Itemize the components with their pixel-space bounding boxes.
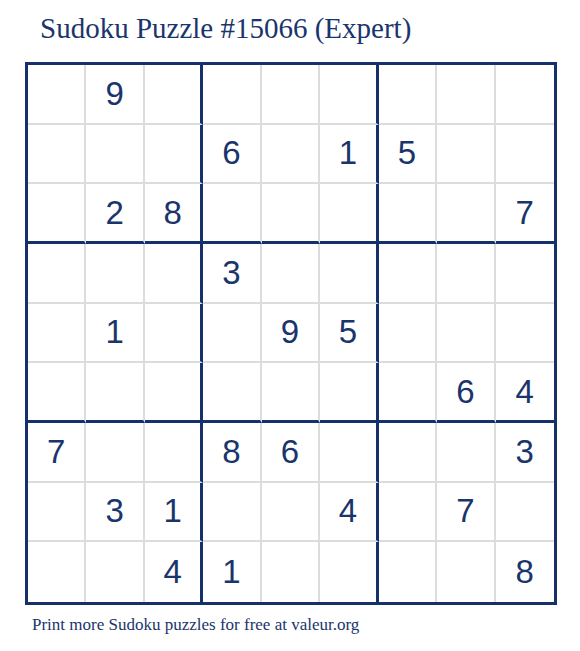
cell-r5c2[interactable]: 1 [86,304,144,364]
cell-r4c4[interactable]: 3 [203,244,261,304]
cell-r3c8[interactable] [437,184,495,244]
cell-r4c1[interactable] [28,244,86,304]
cell-r1c8[interactable] [437,65,495,125]
cell-r9c4[interactable]: 1 [203,542,261,602]
sudoku-grid: 961528731956478633147418 [25,62,557,605]
cell-r2c3[interactable] [145,125,203,185]
cell-r9c5[interactable] [262,542,320,602]
cell-r6c2[interactable] [86,363,144,423]
cell-r2c1[interactable] [28,125,86,185]
cell-r8c5[interactable] [262,483,320,543]
cell-r6c3[interactable] [145,363,203,423]
cell-r4c7[interactable] [379,244,437,304]
cell-r9c3[interactable]: 4 [145,542,203,602]
cell-r9c7[interactable] [379,542,437,602]
cell-r4c6[interactable] [320,244,378,304]
footer-text: Print more Sudoku puzzles for free at va… [32,615,359,635]
cell-r9c8[interactable] [437,542,495,602]
cell-r2c5[interactable] [262,125,320,185]
cell-r3c2[interactable]: 2 [86,184,144,244]
cell-r5c8[interactable] [437,304,495,364]
cell-r9c1[interactable] [28,542,86,602]
cell-r7c4[interactable]: 8 [203,423,261,483]
cell-r8c1[interactable] [28,483,86,543]
cell-r6c9[interactable]: 4 [496,363,554,423]
cell-r7c9[interactable]: 3 [496,423,554,483]
cell-r7c1[interactable]: 7 [28,423,86,483]
cell-r1c9[interactable] [496,65,554,125]
cell-r9c9[interactable]: 8 [496,542,554,602]
cell-r1c1[interactable] [28,65,86,125]
cell-r1c2[interactable]: 9 [86,65,144,125]
cell-r3c9[interactable]: 7 [496,184,554,244]
cell-r6c1[interactable] [28,363,86,423]
cell-r6c8[interactable]: 6 [437,363,495,423]
cell-r7c2[interactable] [86,423,144,483]
cell-r2c9[interactable] [496,125,554,185]
cell-r5c9[interactable] [496,304,554,364]
cell-r6c4[interactable] [203,363,261,423]
cell-r7c7[interactable] [379,423,437,483]
cell-r6c6[interactable] [320,363,378,423]
cell-r4c9[interactable] [496,244,554,304]
cell-r6c5[interactable] [262,363,320,423]
cell-r8c4[interactable] [203,483,261,543]
cell-r8c8[interactable]: 7 [437,483,495,543]
cell-r2c6[interactable]: 1 [320,125,378,185]
cell-r5c1[interactable] [28,304,86,364]
cell-r8c2[interactable]: 3 [86,483,144,543]
cell-r9c2[interactable] [86,542,144,602]
cell-r7c3[interactable] [145,423,203,483]
cell-r8c7[interactable] [379,483,437,543]
cell-r3c7[interactable] [379,184,437,244]
cell-r5c4[interactable] [203,304,261,364]
cell-r3c3[interactable]: 8 [145,184,203,244]
cell-r5c6[interactable]: 5 [320,304,378,364]
page-title: Sudoku Puzzle #15066 (Expert) [40,12,411,45]
cell-r2c4[interactable]: 6 [203,125,261,185]
cell-r4c3[interactable] [145,244,203,304]
cell-r9c6[interactable] [320,542,378,602]
cell-r1c4[interactable] [203,65,261,125]
cell-r3c4[interactable] [203,184,261,244]
cell-r2c8[interactable] [437,125,495,185]
cell-r5c7[interactable] [379,304,437,364]
cell-r4c2[interactable] [86,244,144,304]
cell-r1c3[interactable] [145,65,203,125]
cell-r1c5[interactable] [262,65,320,125]
cell-r7c5[interactable]: 6 [262,423,320,483]
cell-r1c7[interactable] [379,65,437,125]
cell-r5c5[interactable]: 9 [262,304,320,364]
cell-r7c8[interactable] [437,423,495,483]
cell-r4c5[interactable] [262,244,320,304]
cell-r2c2[interactable] [86,125,144,185]
cell-r3c1[interactable] [28,184,86,244]
cell-r6c7[interactable] [379,363,437,423]
cell-r8c3[interactable]: 1 [145,483,203,543]
cell-r7c6[interactable] [320,423,378,483]
cell-r3c6[interactable] [320,184,378,244]
cell-r1c6[interactable] [320,65,378,125]
cell-r5c3[interactable] [145,304,203,364]
cell-r3c5[interactable] [262,184,320,244]
cell-r8c6[interactable]: 4 [320,483,378,543]
cell-r8c9[interactable] [496,483,554,543]
cell-r2c7[interactable]: 5 [379,125,437,185]
cell-r4c8[interactable] [437,244,495,304]
